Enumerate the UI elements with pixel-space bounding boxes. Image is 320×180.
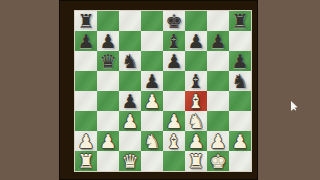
white-queen-piece[interactable]: ♛	[119, 151, 141, 171]
black-pawn-piece[interactable]: ♟	[185, 31, 207, 51]
square-f7[interactable]: ♟	[185, 31, 207, 51]
square-c2[interactable]	[119, 131, 141, 151]
square-b5[interactable]	[97, 71, 119, 91]
square-a8[interactable]: ♜	[75, 11, 97, 31]
square-h3[interactable]	[229, 111, 251, 131]
square-f6[interactable]	[185, 51, 207, 71]
square-c4[interactable]: ♟	[119, 91, 141, 111]
black-queen-piece[interactable]: ♛	[97, 51, 119, 71]
square-f1[interactable]: ♜	[185, 151, 207, 171]
white-king-piece[interactable]: ♚	[207, 151, 229, 171]
square-e1[interactable]	[163, 151, 185, 171]
square-d1[interactable]	[141, 151, 163, 171]
square-b4[interactable]	[97, 91, 119, 111]
black-pawn-piece[interactable]: ♟	[75, 31, 97, 51]
square-h8[interactable]: ♜	[229, 11, 251, 31]
black-pawn-piece[interactable]: ♟	[207, 31, 229, 51]
square-c5[interactable]	[119, 71, 141, 91]
square-c6[interactable]: ♞	[119, 51, 141, 71]
square-c1[interactable]: ♛	[119, 151, 141, 171]
black-knight-piece[interactable]: ♞	[229, 71, 251, 91]
white-pawn-piece[interactable]: ♟	[119, 111, 141, 131]
white-rook-piece[interactable]: ♜	[75, 151, 97, 171]
square-a7[interactable]: ♟	[75, 31, 97, 51]
white-knight-piece[interactable]: ♞	[141, 131, 163, 151]
square-b3[interactable]	[97, 111, 119, 131]
square-e8[interactable]: ♚	[163, 11, 185, 31]
black-bishop-piece[interactable]: ♝	[185, 71, 207, 91]
square-e3[interactable]: ♟	[163, 111, 185, 131]
white-rook-piece[interactable]: ♜	[185, 151, 207, 171]
square-e2[interactable]: ♝	[163, 131, 185, 151]
white-pawn-piece[interactable]: ♟	[207, 131, 229, 151]
square-c8[interactable]	[119, 11, 141, 31]
square-a3[interactable]	[75, 111, 97, 131]
mouse-cursor-icon	[291, 101, 298, 111]
square-f3[interactable]: ♞	[185, 111, 207, 131]
square-d5[interactable]: ♟	[141, 71, 163, 91]
square-e4[interactable]	[163, 91, 185, 111]
square-c3[interactable]: ♟	[119, 111, 141, 131]
square-h1[interactable]	[229, 151, 251, 171]
white-pawn-piece[interactable]: ♟	[75, 131, 97, 151]
chess-board-frame: ♜♚♜♟♟♝♟♟♛♞♟♟♟♝♞♟♟♝♟♟♞♟♟♞♝♟♟♟♜♛♜♚	[59, 0, 258, 180]
square-d8[interactable]	[141, 11, 163, 31]
black-pawn-piece[interactable]: ♟	[141, 71, 163, 91]
square-d7[interactable]	[141, 31, 163, 51]
square-h2[interactable]: ♟	[229, 131, 251, 151]
square-h5[interactable]: ♞	[229, 71, 251, 91]
square-d6[interactable]	[141, 51, 163, 71]
white-pawn-piece[interactable]: ♟	[163, 111, 185, 131]
square-f2[interactable]: ♟	[185, 131, 207, 151]
square-h6[interactable]: ♟	[229, 51, 251, 71]
square-f5[interactable]: ♝	[185, 71, 207, 91]
black-king-piece[interactable]: ♚	[163, 11, 185, 31]
square-e5[interactable]	[163, 71, 185, 91]
white-bishop-piece[interactable]: ♝	[185, 91, 207, 111]
chess-board: ♜♚♜♟♟♝♟♟♛♞♟♟♟♝♞♟♟♝♟♟♞♟♟♞♝♟♟♟♜♛♜♚	[74, 10, 252, 172]
square-g2[interactable]: ♟	[207, 131, 229, 151]
white-pawn-piece[interactable]: ♟	[229, 131, 251, 151]
square-b6[interactable]: ♛	[97, 51, 119, 71]
square-a2[interactable]: ♟	[75, 131, 97, 151]
square-a6[interactable]	[75, 51, 97, 71]
black-rook-piece[interactable]: ♜	[229, 11, 251, 31]
square-h4[interactable]	[229, 91, 251, 111]
square-b1[interactable]	[97, 151, 119, 171]
square-a1[interactable]: ♜	[75, 151, 97, 171]
square-g3[interactable]	[207, 111, 229, 131]
square-b7[interactable]: ♟	[97, 31, 119, 51]
black-pawn-piece[interactable]: ♟	[229, 51, 251, 71]
square-g1[interactable]: ♚	[207, 151, 229, 171]
square-f4[interactable]: ♝	[185, 91, 207, 111]
square-a5[interactable]	[75, 71, 97, 91]
square-b8[interactable]	[97, 11, 119, 31]
square-g5[interactable]	[207, 71, 229, 91]
black-pawn-piece[interactable]: ♟	[119, 91, 141, 111]
black-bishop-piece[interactable]: ♝	[163, 31, 185, 51]
square-e6[interactable]: ♟	[163, 51, 185, 71]
white-pawn-piece[interactable]: ♟	[141, 91, 163, 111]
square-d3[interactable]	[141, 111, 163, 131]
square-g7[interactable]: ♟	[207, 31, 229, 51]
white-knight-piece[interactable]: ♞	[185, 111, 207, 131]
square-g6[interactable]	[207, 51, 229, 71]
screenshot-background: ♜♚♜♟♟♝♟♟♛♞♟♟♟♝♞♟♟♝♟♟♞♟♟♞♝♟♟♟♜♛♜♚	[0, 0, 320, 180]
black-pawn-piece[interactable]: ♟	[97, 31, 119, 51]
square-d2[interactable]: ♞	[141, 131, 163, 151]
square-g8[interactable]	[207, 11, 229, 31]
black-rook-piece[interactable]: ♜	[75, 11, 97, 31]
white-bishop-piece[interactable]: ♝	[163, 131, 185, 151]
white-pawn-piece[interactable]: ♟	[185, 131, 207, 151]
black-knight-piece[interactable]: ♞	[119, 51, 141, 71]
square-c7[interactable]	[119, 31, 141, 51]
square-h7[interactable]	[229, 31, 251, 51]
white-pawn-piece[interactable]: ♟	[97, 131, 119, 151]
black-pawn-piece[interactable]: ♟	[163, 51, 185, 71]
square-d4[interactable]: ♟	[141, 91, 163, 111]
square-f8[interactable]	[185, 11, 207, 31]
square-e7[interactable]: ♝	[163, 31, 185, 51]
square-b2[interactable]: ♟	[97, 131, 119, 151]
square-g4[interactable]	[207, 91, 229, 111]
square-a4[interactable]	[75, 91, 97, 111]
